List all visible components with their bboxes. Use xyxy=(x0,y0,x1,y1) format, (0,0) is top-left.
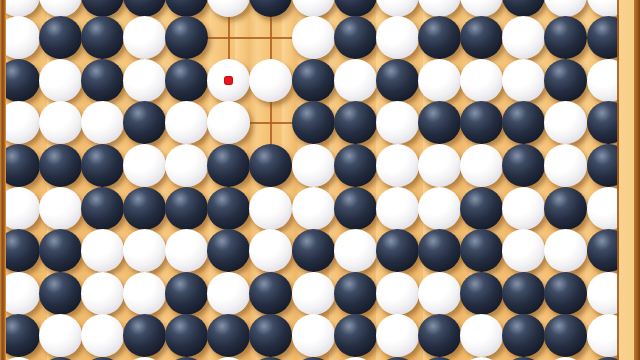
white-stone xyxy=(249,187,292,230)
black-stone xyxy=(587,144,630,187)
black-stone xyxy=(418,229,461,272)
white-stone xyxy=(0,16,40,59)
white-stone xyxy=(207,0,250,17)
white-stone xyxy=(249,59,292,102)
white-stone xyxy=(418,272,461,315)
black-stone xyxy=(418,16,461,59)
black-stone xyxy=(544,187,587,230)
white-stone xyxy=(376,0,419,17)
black-stone xyxy=(587,16,630,59)
last-move-marker xyxy=(224,76,233,85)
black-stone xyxy=(502,0,545,17)
board-right-frame xyxy=(634,0,640,360)
black-stone xyxy=(334,16,377,59)
black-stone xyxy=(460,101,503,144)
white-stone xyxy=(292,16,335,59)
black-stone xyxy=(292,101,335,144)
white-stone xyxy=(376,272,419,315)
black-stone xyxy=(0,314,40,357)
white-stone xyxy=(376,144,419,187)
white-stone xyxy=(123,16,166,59)
black-stone xyxy=(165,59,208,102)
black-stone xyxy=(39,272,82,315)
white-stone xyxy=(544,229,587,272)
white-stone xyxy=(207,101,250,144)
black-stone xyxy=(123,101,166,144)
black-stone xyxy=(249,144,292,187)
black-stone xyxy=(418,101,461,144)
white-stone xyxy=(81,101,124,144)
white-stone xyxy=(587,272,630,315)
white-stone xyxy=(292,144,335,187)
white-stone xyxy=(165,144,208,187)
black-stone xyxy=(165,272,208,315)
gomoku-board[interactable] xyxy=(0,0,640,360)
black-stone xyxy=(334,314,377,357)
black-stone xyxy=(334,0,377,17)
black-stone xyxy=(460,272,503,315)
black-stone xyxy=(334,101,377,144)
black-stone xyxy=(502,272,545,315)
black-stone xyxy=(39,229,82,272)
empty-intersection[interactable] xyxy=(211,20,247,56)
black-stone xyxy=(249,314,292,357)
black-stone xyxy=(81,144,124,187)
black-stone xyxy=(165,0,208,17)
white-stone xyxy=(0,272,40,315)
black-stone xyxy=(165,314,208,357)
black-stone xyxy=(0,144,40,187)
white-stone xyxy=(123,229,166,272)
black-stone xyxy=(39,144,82,187)
white-stone xyxy=(249,229,292,272)
white-stone xyxy=(418,59,461,102)
white-stone xyxy=(376,16,419,59)
white-stone xyxy=(544,144,587,187)
black-stone xyxy=(0,229,40,272)
white-stone xyxy=(587,59,630,102)
white-stone xyxy=(292,314,335,357)
white-stone xyxy=(587,0,630,17)
white-stone xyxy=(39,0,82,17)
black-stone xyxy=(544,272,587,315)
black-stone xyxy=(334,187,377,230)
black-stone xyxy=(334,144,377,187)
black-stone xyxy=(81,16,124,59)
white-stone xyxy=(165,101,208,144)
black-stone xyxy=(207,314,250,357)
white-stone xyxy=(502,187,545,230)
white-stone xyxy=(460,0,503,17)
white-stone xyxy=(81,314,124,357)
white-stone xyxy=(39,59,82,102)
black-stone xyxy=(39,16,82,59)
black-stone xyxy=(334,272,377,315)
white-stone xyxy=(0,0,40,17)
black-stone xyxy=(502,101,545,144)
white-stone xyxy=(502,229,545,272)
white-stone xyxy=(418,187,461,230)
black-stone xyxy=(460,187,503,230)
black-stone xyxy=(376,59,419,102)
white-stone xyxy=(334,229,377,272)
empty-intersection[interactable] xyxy=(253,105,289,141)
black-stone xyxy=(0,59,40,102)
black-stone xyxy=(81,0,124,17)
white-stone xyxy=(587,187,630,230)
black-stone xyxy=(249,0,292,17)
white-stone xyxy=(123,272,166,315)
white-stone xyxy=(123,59,166,102)
white-stone xyxy=(292,187,335,230)
white-stone xyxy=(81,272,124,315)
white-stone xyxy=(460,144,503,187)
white-stone xyxy=(292,0,335,17)
black-stone xyxy=(123,187,166,230)
black-stone xyxy=(123,314,166,357)
white-stone xyxy=(544,101,587,144)
black-stone xyxy=(165,187,208,230)
empty-intersection[interactable] xyxy=(253,20,289,56)
white-stone xyxy=(39,101,82,144)
white-stone xyxy=(334,59,377,102)
black-stone xyxy=(460,229,503,272)
white-stone xyxy=(165,229,208,272)
black-stone xyxy=(460,16,503,59)
white-stone xyxy=(123,144,166,187)
white-stone xyxy=(207,272,250,315)
white-stone xyxy=(544,0,587,17)
white-stone xyxy=(39,187,82,230)
white-stone xyxy=(376,187,419,230)
black-stone xyxy=(502,144,545,187)
black-stone xyxy=(376,229,419,272)
white-stone xyxy=(502,59,545,102)
white-stone xyxy=(418,144,461,187)
black-stone xyxy=(418,314,461,357)
white-stone xyxy=(587,314,630,357)
black-stone xyxy=(292,59,335,102)
black-stone xyxy=(544,314,587,357)
white-stone xyxy=(0,101,40,144)
black-stone xyxy=(207,144,250,187)
white-stone xyxy=(460,59,503,102)
black-stone xyxy=(502,314,545,357)
black-stone xyxy=(123,0,166,17)
white-stone xyxy=(39,314,82,357)
white-stone xyxy=(0,187,40,230)
white-stone xyxy=(81,229,124,272)
black-stone xyxy=(587,229,630,272)
black-stone xyxy=(249,272,292,315)
black-stone xyxy=(544,59,587,102)
black-stone xyxy=(587,101,630,144)
black-stone xyxy=(81,59,124,102)
black-stone xyxy=(207,187,250,230)
black-stone xyxy=(81,187,124,230)
black-stone xyxy=(165,16,208,59)
white-stone xyxy=(418,0,461,17)
white-stone xyxy=(376,101,419,144)
white-stone xyxy=(292,272,335,315)
white-stone xyxy=(376,314,419,357)
white-stone xyxy=(460,314,503,357)
white-stone xyxy=(502,16,545,59)
black-stone xyxy=(207,229,250,272)
black-stone xyxy=(544,16,587,59)
black-stone xyxy=(292,229,335,272)
